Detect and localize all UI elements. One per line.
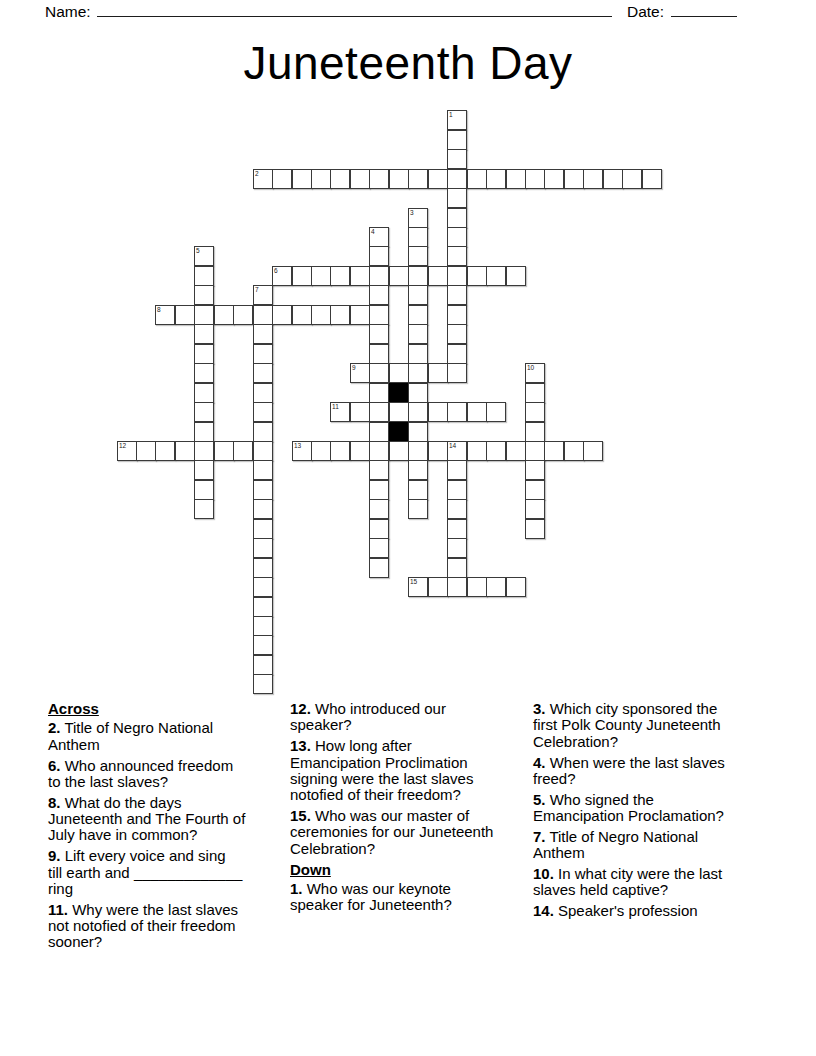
grid-cell[interactable]: [369, 285, 389, 305]
black-cell: [389, 422, 409, 442]
grid-cell[interactable]: [369, 305, 389, 325]
grid-cell[interactable]: [389, 363, 409, 383]
grid-cell[interactable]: [486, 441, 506, 461]
grid-cell[interactable]: [447, 208, 467, 228]
grid-cell[interactable]: [506, 266, 526, 286]
grid-cell[interactable]: [408, 422, 428, 442]
grid-cell[interactable]: [544, 169, 564, 189]
grid-cell[interactable]: [447, 324, 467, 344]
grid-cell[interactable]: 10: [525, 363, 545, 383]
grid-cell[interactable]: [408, 383, 428, 403]
clue-section-across: Across: [48, 701, 292, 717]
grid-cell[interactable]: [369, 266, 389, 286]
grid-cell[interactable]: [214, 441, 234, 461]
clue-item: 14. Speaker's profession: [533, 903, 777, 919]
grid-cell[interactable]: [506, 169, 526, 189]
grid-cell[interactable]: 1: [447, 110, 467, 130]
clue-number-label: 8.: [48, 794, 61, 811]
grid-cell[interactable]: [447, 130, 467, 150]
grid-cell[interactable]: 13: [292, 441, 312, 461]
clue-item: 4. When were the last slaves freed?: [533, 755, 777, 788]
grid-cell[interactable]: [447, 402, 467, 422]
clue-item: 15. Who was our master of ceremonies for…: [290, 808, 534, 857]
grid-cell[interactable]: [408, 499, 428, 519]
grid-cell[interactable]: [408, 246, 428, 266]
cell-clue-number: 9: [352, 364, 356, 371]
grid-cell[interactable]: [253, 422, 273, 442]
grid-cell[interactable]: 8: [155, 305, 175, 325]
grid-cell[interactable]: [292, 169, 312, 189]
grid-cell[interactable]: [194, 480, 214, 500]
cell-clue-number: 12: [119, 442, 126, 449]
grid-cell[interactable]: [369, 363, 389, 383]
grid-cell[interactable]: [253, 305, 273, 325]
grid-cell[interactable]: [330, 169, 350, 189]
grid-cell[interactable]: [408, 285, 428, 305]
grid-cell[interactable]: [253, 616, 273, 636]
grid-cell[interactable]: 5: [194, 246, 214, 266]
clue-column-3: 3. Which city sponsored the first Polk C…: [533, 701, 777, 924]
grid-cell[interactable]: [525, 441, 545, 461]
grid-cell[interactable]: [389, 266, 409, 286]
grid-cell[interactable]: [467, 266, 487, 286]
cell-clue-number: 15: [410, 578, 417, 585]
grid-cell[interactable]: [428, 402, 448, 422]
grid-cell[interactable]: [253, 499, 273, 519]
clue-item: 10. In what city were the last slaves he…: [533, 866, 777, 899]
grid-cell[interactable]: [447, 460, 467, 480]
grid-cell[interactable]: [194, 460, 214, 480]
grid-cell[interactable]: [408, 480, 428, 500]
grid-cell[interactable]: [311, 169, 331, 189]
grid-cell[interactable]: [447, 499, 467, 519]
grid-cell[interactable]: [389, 169, 409, 189]
grid-cell[interactable]: [194, 422, 214, 442]
grid-cell[interactable]: [253, 402, 273, 422]
cell-clue-number: 7: [255, 286, 259, 293]
grid-cell[interactable]: [369, 460, 389, 480]
clue-number-label: 1.: [290, 880, 303, 897]
grid-cell[interactable]: [253, 635, 273, 655]
grid-cell[interactable]: [253, 674, 273, 694]
grid-cell[interactable]: [447, 149, 467, 169]
grid-cell[interactable]: [233, 305, 253, 325]
grid-cell[interactable]: [194, 324, 214, 344]
grid-cell[interactable]: [486, 577, 506, 597]
clue-number-label: 15.: [290, 807, 311, 824]
clue-item: 11. Why were the last slaves not notofie…: [48, 902, 292, 951]
grid-cell[interactable]: [408, 402, 428, 422]
grid-cell[interactable]: 14: [447, 441, 467, 461]
grid-cell[interactable]: [194, 441, 214, 461]
grid-cell[interactable]: [447, 344, 467, 364]
grid-cell[interactable]: [369, 422, 389, 442]
clue-item: 1. Who was our keynote speaker for Junet…: [290, 881, 534, 914]
grid-cell[interactable]: [525, 169, 545, 189]
grid-cell[interactable]: [175, 441, 195, 461]
grid-cell[interactable]: [642, 169, 662, 189]
grid-cell[interactable]: [506, 441, 526, 461]
grid-cell[interactable]: [408, 227, 428, 247]
grid-cell[interactable]: [253, 538, 273, 558]
grid-cell[interactable]: [369, 344, 389, 364]
grid-cell[interactable]: [389, 441, 409, 461]
grid-cell[interactable]: [311, 266, 331, 286]
grid-cell[interactable]: [408, 363, 428, 383]
grid-cell[interactable]: [428, 441, 448, 461]
clue-number-label: 14.: [533, 902, 554, 919]
grid-cell[interactable]: [447, 558, 467, 578]
grid-cell[interactable]: [486, 402, 506, 422]
grid-cell[interactable]: [408, 266, 428, 286]
grid-cell[interactable]: [253, 577, 273, 597]
grid-cell[interactable]: [583, 169, 603, 189]
grid-cell[interactable]: [253, 383, 273, 403]
grid-cell[interactable]: [311, 305, 331, 325]
grid-cell[interactable]: [369, 499, 389, 519]
grid-cell[interactable]: [292, 305, 312, 325]
grid-cell[interactable]: [194, 285, 214, 305]
clue-number-label: 6.: [48, 757, 61, 774]
grid-cell[interactable]: [330, 305, 350, 325]
grid-cell[interactable]: [389, 402, 409, 422]
grid-cell[interactable]: [447, 305, 467, 325]
grid-cell[interactable]: [155, 441, 175, 461]
grid-cell[interactable]: [253, 558, 273, 578]
grid-cell[interactable]: [194, 383, 214, 403]
clue-column-1: Across2. Title of Negro National Anthem6…: [48, 701, 292, 955]
grid-cell[interactable]: [408, 305, 428, 325]
grid-cell[interactable]: 2: [253, 169, 273, 189]
grid-cell[interactable]: [330, 441, 350, 461]
grid-cell[interactable]: [253, 324, 273, 344]
grid-cell[interactable]: [311, 441, 331, 461]
grid-cell[interactable]: [467, 577, 487, 597]
clue-item: 12. Who introduced our speaker?: [290, 701, 534, 734]
grid-cell[interactable]: [253, 441, 273, 461]
grid-cell[interactable]: [447, 266, 467, 286]
grid-cell[interactable]: [525, 422, 545, 442]
grid-cell[interactable]: [369, 246, 389, 266]
grid-cell[interactable]: [525, 499, 545, 519]
grid-cell[interactable]: [564, 441, 584, 461]
grid-cell[interactable]: [544, 441, 564, 461]
grid-cell[interactable]: [194, 499, 214, 519]
grid-cell[interactable]: [350, 441, 370, 461]
grid-cell[interactable]: [447, 188, 467, 208]
grid-cell[interactable]: [350, 266, 370, 286]
clue-item: 8. What do the days Juneteenth and The F…: [48, 795, 292, 844]
clue-number-label: 9.: [48, 847, 61, 864]
grid-cell[interactable]: [486, 266, 506, 286]
cell-clue-number: 14: [449, 442, 456, 449]
grid-cell[interactable]: [369, 383, 389, 403]
grid-cell[interactable]: [447, 169, 467, 189]
grid-cell[interactable]: [369, 324, 389, 344]
cell-clue-number: 2: [255, 170, 259, 177]
clue-number-label: 2.: [48, 719, 61, 736]
clue-item: 6. Who announced freedom to the last sla…: [48, 758, 292, 791]
grid-cell[interactable]: [136, 441, 156, 461]
grid-cell[interactable]: 9: [350, 363, 370, 383]
grid-cell[interactable]: [447, 363, 467, 383]
clue-item: 2. Title of Negro National Anthem: [48, 720, 292, 753]
grid-cell[interactable]: [369, 480, 389, 500]
grid-cell[interactable]: [194, 266, 214, 286]
cell-clue-number: 10: [527, 364, 534, 371]
grid-cell[interactable]: 6: [272, 266, 292, 286]
grid-cell[interactable]: [447, 246, 467, 266]
black-cell: [389, 383, 409, 403]
grid-cell[interactable]: [194, 344, 214, 364]
grid-cell[interactable]: [525, 383, 545, 403]
grid-cell[interactable]: [233, 441, 253, 461]
grid-cell[interactable]: [428, 169, 448, 189]
cell-clue-number: 11: [332, 403, 339, 410]
grid-cell[interactable]: [253, 363, 273, 383]
clue-number-label: 5.: [533, 791, 546, 808]
cell-clue-number: 13: [294, 442, 301, 449]
grid-cell[interactable]: [253, 597, 273, 617]
grid-cell[interactable]: [194, 363, 214, 383]
grid-cell[interactable]: [292, 266, 312, 286]
grid-cell[interactable]: [428, 577, 448, 597]
grid-cell[interactable]: [447, 227, 467, 247]
grid-cell[interactable]: [253, 460, 273, 480]
grid-cell[interactable]: [467, 402, 487, 422]
grid-cell[interactable]: [214, 305, 234, 325]
grid-cell[interactable]: [408, 344, 428, 364]
grid-cell[interactable]: 15: [408, 577, 428, 597]
clue-number-label: 13.: [290, 737, 311, 754]
grid-cell[interactable]: [369, 538, 389, 558]
grid-cell[interactable]: [447, 519, 467, 539]
cell-clue-number: 8: [157, 306, 161, 313]
grid-cell[interactable]: [253, 519, 273, 539]
clue-number-label: 11.: [48, 901, 68, 918]
grid-cell[interactable]: [253, 655, 273, 675]
clue-item: 7. Title of Negro National Anthem: [533, 829, 777, 862]
cell-clue-number: 4: [371, 228, 375, 235]
grid-cell[interactable]: [408, 460, 428, 480]
clue-number-label: 4.: [533, 754, 546, 771]
grid-cell[interactable]: [350, 402, 370, 422]
clue-item: 13. How long after Emancipation Proclima…: [290, 738, 534, 803]
clue-item: 3. Which city sponsored the first Polk C…: [533, 701, 777, 750]
grid-cell[interactable]: [175, 305, 195, 325]
grid-cell[interactable]: [369, 402, 389, 422]
clue-number-label: 7.: [533, 828, 546, 845]
grid-cell[interactable]: [194, 305, 214, 325]
grid-cell[interactable]: 7: [253, 285, 273, 305]
grid-cell[interactable]: [603, 169, 623, 189]
grid-cell[interactable]: [467, 169, 487, 189]
grid-cell[interactable]: [194, 402, 214, 422]
grid-cell[interactable]: 12: [117, 441, 137, 461]
grid-cell[interactable]: [467, 441, 487, 461]
cell-clue-number: 5: [196, 247, 200, 254]
grid-cell[interactable]: [525, 402, 545, 422]
grid-cell[interactable]: [447, 538, 467, 558]
grid-cell[interactable]: [428, 266, 448, 286]
grid-cell[interactable]: [447, 577, 467, 597]
grid-cell[interactable]: [525, 480, 545, 500]
clue-item: 5. Who signed the Emancipation Proclamat…: [533, 792, 777, 825]
grid-cell[interactable]: [350, 169, 370, 189]
grid-cell[interactable]: [622, 169, 642, 189]
grid-cell[interactable]: [272, 305, 292, 325]
grid-cell[interactable]: [369, 169, 389, 189]
clue-item: 9. Lift every voice and sing till earth …: [48, 848, 292, 897]
grid-cell[interactable]: [583, 441, 603, 461]
grid-cell[interactable]: [272, 169, 292, 189]
grid-cell[interactable]: [506, 577, 526, 597]
grid-cell[interactable]: 11: [330, 402, 350, 422]
grid-cell[interactable]: [253, 344, 273, 364]
grid-cell[interactable]: [330, 266, 350, 286]
grid-cell[interactable]: [447, 480, 467, 500]
grid-cell[interactable]: [428, 363, 448, 383]
worksheet-page: Name: Date: Juneteenth Day 1234567891011…: [0, 0, 816, 1056]
grid-cell[interactable]: [525, 460, 545, 480]
clue-number-label: 3.: [533, 700, 546, 717]
grid-cell[interactable]: 3: [408, 208, 428, 228]
grid-cell[interactable]: [350, 305, 370, 325]
grid-cell[interactable]: [369, 441, 389, 461]
grid-cell[interactable]: [408, 169, 428, 189]
grid-cell[interactable]: [253, 480, 273, 500]
clue-number-label: 12.: [290, 700, 311, 717]
cell-clue-number: 6: [274, 267, 278, 274]
grid-cell[interactable]: 4: [369, 227, 389, 247]
grid-cell[interactable]: [408, 441, 428, 461]
grid-cell[interactable]: [564, 169, 584, 189]
grid-cell[interactable]: [369, 558, 389, 578]
grid-cell[interactable]: [525, 519, 545, 539]
clue-number-label: 10.: [533, 865, 554, 882]
cell-clue-number: 3: [410, 209, 414, 216]
grid-cell[interactable]: [486, 169, 506, 189]
grid-cell[interactable]: [408, 324, 428, 344]
clue-section-down: Down: [290, 862, 534, 878]
clue-column-2: 12. Who introduced our speaker?13. How l…: [290, 701, 534, 918]
grid-cell[interactable]: [447, 285, 467, 305]
cell-clue-number: 1: [449, 111, 453, 118]
grid-cell[interactable]: [369, 519, 389, 539]
